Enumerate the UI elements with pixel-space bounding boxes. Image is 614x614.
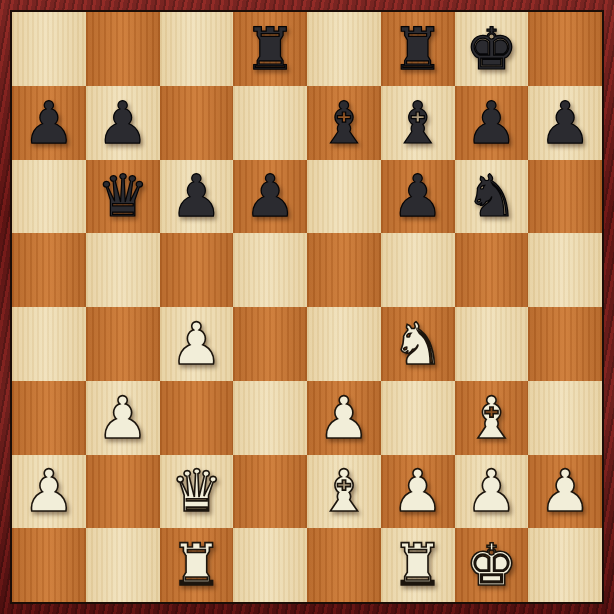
- square-h3[interactable]: [528, 381, 602, 455]
- square-b5[interactable]: [86, 233, 160, 307]
- square-c6[interactable]: ♟: [160, 160, 234, 234]
- square-a4[interactable]: [12, 307, 86, 381]
- piece-white-rook[interactable]: ♜: [392, 536, 444, 594]
- square-f8[interactable]: ♜: [381, 12, 455, 86]
- square-d1[interactable]: [233, 528, 307, 602]
- square-g6[interactable]: ♞: [455, 160, 529, 234]
- piece-black-rook[interactable]: ♜: [392, 20, 444, 78]
- square-g8[interactable]: ♚: [455, 12, 529, 86]
- square-g7[interactable]: ♟: [455, 86, 529, 160]
- square-g4[interactable]: [455, 307, 529, 381]
- square-e4[interactable]: [307, 307, 381, 381]
- square-b1[interactable]: [86, 528, 160, 602]
- square-c4[interactable]: ♟: [160, 307, 234, 381]
- square-a5[interactable]: [12, 233, 86, 307]
- piece-black-knight[interactable]: ♞: [465, 167, 517, 225]
- square-c7[interactable]: [160, 86, 234, 160]
- piece-white-pawn[interactable]: ♟: [23, 462, 75, 520]
- piece-white-pawn[interactable]: ♟: [318, 389, 370, 447]
- piece-white-pawn[interactable]: ♟: [170, 315, 222, 373]
- square-h1[interactable]: [528, 528, 602, 602]
- piece-white-bishop[interactable]: ♝: [465, 389, 517, 447]
- square-e3[interactable]: ♟: [307, 381, 381, 455]
- square-h2[interactable]: ♟: [528, 455, 602, 529]
- square-f7[interactable]: ♝: [381, 86, 455, 160]
- square-b4[interactable]: [86, 307, 160, 381]
- square-a1[interactable]: [12, 528, 86, 602]
- square-c1[interactable]: ♜: [160, 528, 234, 602]
- square-g2[interactable]: ♟: [455, 455, 529, 529]
- square-d4[interactable]: [233, 307, 307, 381]
- square-f6[interactable]: ♟: [381, 160, 455, 234]
- square-h7[interactable]: ♟: [528, 86, 602, 160]
- square-c8[interactable]: [160, 12, 234, 86]
- square-d7[interactable]: [233, 86, 307, 160]
- square-b7[interactable]: ♟: [86, 86, 160, 160]
- square-e2[interactable]: ♝: [307, 455, 381, 529]
- piece-black-pawn[interactable]: ♟: [539, 94, 591, 152]
- square-b6[interactable]: ♛: [86, 160, 160, 234]
- square-b8[interactable]: [86, 12, 160, 86]
- piece-white-pawn[interactable]: ♟: [465, 462, 517, 520]
- piece-black-pawn[interactable]: ♟: [97, 94, 149, 152]
- piece-black-bishop[interactable]: ♝: [318, 94, 370, 152]
- square-a3[interactable]: [12, 381, 86, 455]
- square-g3[interactable]: ♝: [455, 381, 529, 455]
- piece-black-pawn[interactable]: ♟: [392, 167, 444, 225]
- square-f2[interactable]: ♟: [381, 455, 455, 529]
- square-a7[interactable]: ♟: [12, 86, 86, 160]
- square-h4[interactable]: [528, 307, 602, 381]
- square-h6[interactable]: [528, 160, 602, 234]
- piece-black-king[interactable]: ♚: [465, 20, 517, 78]
- square-f5[interactable]: [381, 233, 455, 307]
- square-d3[interactable]: [233, 381, 307, 455]
- square-g1[interactable]: ♚: [455, 528, 529, 602]
- piece-white-pawn[interactable]: ♟: [392, 462, 444, 520]
- square-e7[interactable]: ♝: [307, 86, 381, 160]
- piece-black-rook[interactable]: ♜: [244, 20, 296, 78]
- piece-white-pawn[interactable]: ♟: [539, 462, 591, 520]
- square-e1[interactable]: [307, 528, 381, 602]
- piece-black-pawn[interactable]: ♟: [170, 167, 222, 225]
- square-b3[interactable]: ♟: [86, 381, 160, 455]
- square-c3[interactable]: [160, 381, 234, 455]
- square-a6[interactable]: [12, 160, 86, 234]
- square-d5[interactable]: [233, 233, 307, 307]
- square-f4[interactable]: ♞: [381, 307, 455, 381]
- square-h5[interactable]: [528, 233, 602, 307]
- board-frame: ♜♜♚♟♟♝♝♟♟♛♟♟♟♞♟♞♟♟♝♟♛♝♟♟♟♜♜♚: [0, 0, 614, 614]
- piece-white-bishop[interactable]: ♝: [318, 462, 370, 520]
- square-d2[interactable]: [233, 455, 307, 529]
- piece-black-pawn[interactable]: ♟: [465, 94, 517, 152]
- square-f3[interactable]: [381, 381, 455, 455]
- piece-black-pawn[interactable]: ♟: [244, 167, 296, 225]
- piece-white-knight[interactable]: ♞: [392, 315, 444, 373]
- square-a2[interactable]: ♟: [12, 455, 86, 529]
- square-d6[interactable]: ♟: [233, 160, 307, 234]
- square-b2[interactable]: [86, 455, 160, 529]
- square-c2[interactable]: ♛: [160, 455, 234, 529]
- chess-board: ♜♜♚♟♟♝♝♟♟♛♟♟♟♞♟♞♟♟♝♟♛♝♟♟♟♜♜♚: [10, 10, 604, 604]
- piece-black-queen[interactable]: ♛: [97, 167, 149, 225]
- piece-white-king[interactable]: ♚: [465, 536, 517, 594]
- square-g5[interactable]: [455, 233, 529, 307]
- square-e6[interactable]: [307, 160, 381, 234]
- square-e5[interactable]: [307, 233, 381, 307]
- square-c5[interactable]: [160, 233, 234, 307]
- piece-white-rook[interactable]: ♜: [170, 536, 222, 594]
- piece-black-bishop[interactable]: ♝: [392, 94, 444, 152]
- square-d8[interactable]: ♜: [233, 12, 307, 86]
- square-a8[interactable]: [12, 12, 86, 86]
- piece-white-queen[interactable]: ♛: [170, 462, 222, 520]
- square-f1[interactable]: ♜: [381, 528, 455, 602]
- piece-black-pawn[interactable]: ♟: [23, 94, 75, 152]
- piece-white-pawn[interactable]: ♟: [97, 389, 149, 447]
- square-e8[interactable]: [307, 12, 381, 86]
- square-h8[interactable]: [528, 12, 602, 86]
